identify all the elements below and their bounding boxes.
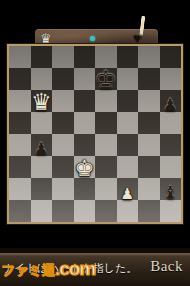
- app-screen: ♛ ♥ ♚♛♟♟♚♟♝ ナイトはハートを指した。 Back ファミ通.com: [0, 0, 190, 286]
- board-square-d1[interactable]: [74, 200, 96, 222]
- board-square-a2[interactable]: [9, 178, 31, 200]
- board-square-g8[interactable]: [138, 46, 160, 68]
- piece-white-pawn[interactable]: ♟: [121, 186, 134, 201]
- board-square-b8[interactable]: [31, 46, 53, 68]
- board-square-a1[interactable]: [9, 200, 31, 222]
- board-square-g3[interactable]: [138, 156, 160, 178]
- board-square-a5[interactable]: [9, 112, 31, 134]
- board-square-g5[interactable]: [138, 112, 160, 134]
- watermark-text-large: .com: [55, 258, 95, 279]
- pencil-icon: [139, 16, 146, 40]
- board-square-b7[interactable]: [31, 68, 53, 90]
- board-square-a8[interactable]: [9, 46, 31, 68]
- board-square-f6[interactable]: [117, 90, 139, 112]
- board-square-e1[interactable]: [95, 200, 117, 222]
- board-square-e2[interactable]: [95, 178, 117, 200]
- board-square-c4[interactable]: [52, 134, 74, 156]
- board-square-e6[interactable]: [95, 90, 117, 112]
- board-square-g7[interactable]: [138, 68, 160, 90]
- board-square-e4[interactable]: [95, 134, 117, 156]
- board-square-b2[interactable]: [31, 178, 53, 200]
- board-square-h7[interactable]: [160, 68, 182, 90]
- piece-black-pawn[interactable]: ♟: [163, 97, 177, 113]
- board-square-b1[interactable]: [31, 200, 53, 222]
- board-square-c1[interactable]: [52, 200, 74, 222]
- board-square-e3[interactable]: [95, 156, 117, 178]
- board-square-d6[interactable]: [74, 90, 96, 112]
- piece-black-king[interactable]: ♚: [95, 67, 117, 92]
- board-square-b5[interactable]: [31, 112, 53, 134]
- board-square-g4[interactable]: [138, 134, 160, 156]
- board-square-a4[interactable]: [9, 134, 31, 156]
- board-square-f1[interactable]: [117, 200, 139, 222]
- board-square-d4[interactable]: [74, 134, 96, 156]
- board-square-h1[interactable]: [160, 200, 182, 222]
- piece-black-bishop[interactable]: ♝: [163, 184, 178, 201]
- board-square-c3[interactable]: [52, 156, 74, 178]
- board-square-h8[interactable]: [160, 46, 182, 68]
- piece-white-king[interactable]: ♚: [74, 158, 94, 180]
- board-square-h4[interactable]: [160, 134, 182, 156]
- status-dot: [90, 36, 95, 41]
- board-square-c8[interactable]: [52, 46, 74, 68]
- board-square-g1[interactable]: [138, 200, 160, 222]
- board-square-f4[interactable]: [117, 134, 139, 156]
- watermark-text-small: ファミ通: [2, 263, 55, 278]
- board-square-d7[interactable]: [74, 68, 96, 90]
- board-square-f8[interactable]: [117, 46, 139, 68]
- chess-board: ♚♛♟♟♚♟♝: [9, 46, 181, 222]
- piece-white-queen[interactable]: ♛: [31, 91, 52, 114]
- board-square-f5[interactable]: [117, 112, 139, 134]
- board-square-c2[interactable]: [52, 178, 74, 200]
- board-square-f7[interactable]: [117, 68, 139, 90]
- board-square-d5[interactable]: [74, 112, 96, 134]
- famitsu-watermark: ファミ通.com: [2, 258, 95, 280]
- back-button[interactable]: Back: [150, 258, 183, 275]
- board-square-h3[interactable]: [160, 156, 182, 178]
- board-square-c6[interactable]: [52, 90, 74, 112]
- board-square-a6[interactable]: [9, 90, 31, 112]
- board-square-a7[interactable]: [9, 68, 31, 90]
- board-square-c5[interactable]: [52, 112, 74, 134]
- board-square-f3[interactable]: [117, 156, 139, 178]
- board-square-h5[interactable]: [160, 112, 182, 134]
- board-square-d8[interactable]: [74, 46, 96, 68]
- piece-black-pawn[interactable]: ♟: [34, 141, 48, 157]
- board-square-e5[interactable]: [95, 112, 117, 134]
- board-square-d2[interactable]: [74, 178, 96, 200]
- board-frame: ♚♛♟♟♚♟♝: [6, 43, 184, 225]
- board-square-a3[interactable]: [9, 156, 31, 178]
- board-square-b3[interactable]: [31, 156, 53, 178]
- board-square-g6[interactable]: [138, 90, 160, 112]
- board-square-c7[interactable]: [52, 68, 74, 90]
- board-square-g2[interactable]: [138, 178, 160, 200]
